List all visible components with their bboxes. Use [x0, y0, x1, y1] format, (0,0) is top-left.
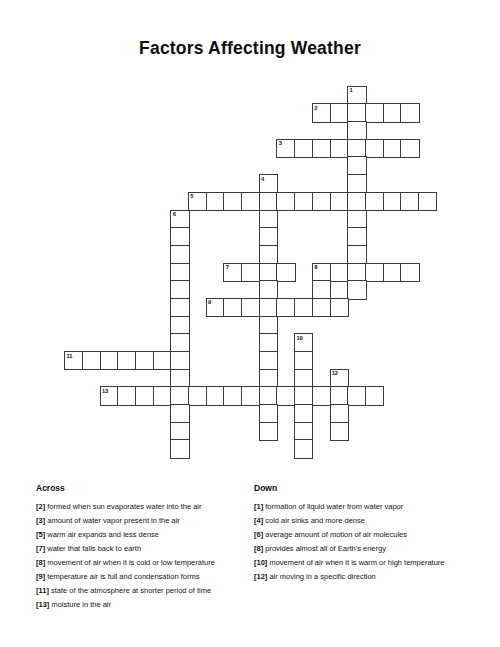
grid-cell[interactable] [241, 192, 260, 211]
clue: [8] provides almost all of Earth's energ… [254, 542, 476, 556]
grid-cell[interactable] [259, 298, 278, 317]
grid-cell[interactable] [400, 192, 419, 211]
grid-cell[interactable]: 2 [312, 103, 331, 122]
clue: [9] temperature air is full and condensa… [36, 570, 258, 584]
grid-cell[interactable] [383, 263, 402, 282]
clue-number: 11 [67, 353, 73, 359]
grid-cell[interactable] [223, 298, 242, 317]
grid-cell[interactable] [259, 263, 278, 282]
clue-number: 6 [173, 211, 176, 217]
clue: [6] average amount of motion of air mole… [254, 528, 476, 542]
grid-cell[interactable] [347, 386, 366, 405]
grid-cell[interactable] [259, 404, 278, 423]
grid-cell[interactable] [365, 192, 384, 211]
grid-cell[interactable] [170, 245, 189, 264]
grid-cell[interactable] [259, 227, 278, 246]
grid-cell[interactable] [312, 192, 331, 211]
grid-cell[interactable] [170, 404, 189, 423]
grid-cell[interactable] [347, 263, 366, 282]
grid-cell[interactable] [170, 227, 189, 246]
clue: [10] movement of air when it is warm or … [254, 556, 476, 570]
grid-cell[interactable] [347, 192, 366, 211]
grid-cell[interactable] [347, 210, 366, 229]
grid-cell[interactable] [170, 316, 189, 335]
grid-cell[interactable] [223, 192, 242, 211]
grid-cell[interactable] [294, 192, 313, 211]
puzzle-title: Factors Affecting Weather [0, 38, 500, 59]
grid-cell[interactable] [330, 422, 349, 441]
grid-cell[interactable] [276, 298, 295, 317]
across-header: Across [36, 483, 258, 493]
clue-number: 8 [314, 264, 317, 270]
grid-cell[interactable] [117, 386, 136, 405]
grid-cell[interactable] [100, 351, 119, 370]
grid-cell[interactable] [330, 298, 349, 317]
grid-cell[interactable] [259, 280, 278, 299]
down-header: Down [254, 483, 476, 493]
clue-number: 7 [226, 264, 229, 270]
grid-cell[interactable] [259, 192, 278, 211]
grid-cell[interactable]: 4 [259, 174, 278, 193]
grid-cell[interactable] [400, 103, 419, 122]
clue: [2] formed when sun evaporates water int… [36, 500, 258, 514]
grid-cell[interactable] [365, 139, 384, 158]
grid-cell[interactable] [259, 351, 278, 370]
grid-cell[interactable] [347, 280, 366, 299]
down-clue-list: [1] formation of liquid water from water… [254, 500, 476, 584]
clue: [4] cold air sinks and more dense [254, 514, 476, 528]
grid-cell[interactable] [418, 192, 437, 211]
clue-number: 9 [208, 299, 211, 305]
grid-cell[interactable]: 8 [312, 263, 331, 282]
grid-cell[interactable] [347, 156, 366, 175]
clue-number: 10 [296, 335, 302, 341]
grid-cell[interactable] [206, 192, 225, 211]
grid-cell[interactable]: 11 [64, 351, 83, 370]
grid-cell[interactable] [383, 103, 402, 122]
grid-cell[interactable] [365, 263, 384, 282]
clue-number: 12 [332, 370, 338, 376]
clue-number: 5 [190, 193, 193, 199]
grid-cell[interactable]: 13 [100, 386, 119, 405]
clue-number: 3 [279, 140, 282, 146]
grid-cell[interactable] [170, 263, 189, 282]
grid-cell[interactable] [153, 351, 172, 370]
grid-cell[interactable] [383, 139, 402, 158]
grid-cell[interactable] [383, 192, 402, 211]
grid-cell[interactable] [347, 174, 366, 193]
grid-cell[interactable] [312, 280, 331, 299]
grid-cell[interactable] [241, 263, 260, 282]
grid-cell[interactable] [170, 369, 189, 388]
crossword-page: Factors Affecting Weather 12345678910111… [0, 0, 500, 647]
grid-cell[interactable] [135, 351, 154, 370]
grid-cell[interactable] [170, 280, 189, 299]
crossword-grid: 12345678910111213 [65, 87, 436, 458]
grid-cell[interactable] [188, 386, 207, 405]
clue: [12] air moving in a specific direction [254, 570, 476, 584]
grid-cell[interactable] [330, 404, 349, 423]
grid-cell[interactable] [170, 386, 189, 405]
grid-cell[interactable] [241, 298, 260, 317]
clue-number: 2 [314, 105, 317, 111]
grid-cell[interactable] [347, 227, 366, 246]
grid-cell[interactable] [294, 404, 313, 423]
grid-cell[interactable]: 6 [170, 210, 189, 229]
grid-cell[interactable] [135, 386, 154, 405]
clue: [5] warm air expands and less dense [36, 528, 258, 542]
grid-cell[interactable] [294, 139, 313, 158]
grid-cell[interactable] [82, 351, 101, 370]
grid-cell[interactable] [259, 369, 278, 388]
clue: [3] amount of water vapor present in the… [36, 514, 258, 528]
grid-cell[interactable]: 10 [294, 333, 313, 352]
grid-cell[interactable] [276, 263, 295, 282]
clue-number: 1 [350, 87, 353, 93]
grid-cell[interactable]: 12 [330, 369, 349, 388]
grid-cell[interactable] [365, 386, 384, 405]
clue-number: 13 [102, 388, 108, 394]
grid-cell[interactable] [330, 139, 349, 158]
grid-cell[interactable] [259, 316, 278, 335]
grid-cell[interactable] [294, 351, 313, 370]
grid-cell[interactable] [400, 263, 419, 282]
grid-cell[interactable] [259, 333, 278, 352]
grid-cell[interactable] [330, 386, 349, 405]
clue: [11] state of the atmosphere at shorter … [36, 584, 258, 598]
grid-cell[interactable] [347, 245, 366, 264]
grid-cell[interactable] [206, 386, 225, 405]
grid-cell[interactable] [259, 422, 278, 441]
grid-cell[interactable] [259, 386, 278, 405]
grid-cell[interactable] [365, 103, 384, 122]
grid-cell[interactable] [276, 386, 295, 405]
grid-cell[interactable] [400, 139, 419, 158]
grid-cell[interactable] [347, 139, 366, 158]
grid-cell[interactable] [170, 333, 189, 352]
grid-cell[interactable] [241, 386, 260, 405]
grid-cell[interactable] [259, 210, 278, 229]
clue: [13] moisture in the air [36, 598, 258, 612]
grid-cell[interactable] [330, 103, 349, 122]
grid-cell[interactable]: 3 [276, 139, 295, 158]
clue: [7] water that falls back to earth [36, 542, 258, 556]
grid-cell[interactable] [312, 139, 331, 158]
clue: [1] formation of liquid water from water… [254, 500, 476, 514]
grid-cell[interactable]: 5 [188, 192, 207, 211]
grid-cell[interactable] [117, 351, 136, 370]
grid-cell[interactable] [294, 386, 313, 405]
grid-cell[interactable] [294, 422, 313, 441]
grid-cell[interactable] [170, 351, 189, 370]
grid-cell[interactable] [312, 298, 331, 317]
grid-cell[interactable] [312, 386, 331, 405]
grid-cell[interactable] [153, 386, 172, 405]
grid-cell[interactable] [330, 263, 349, 282]
grid-cell[interactable] [170, 422, 189, 441]
grid-cell[interactable]: 9 [206, 298, 225, 317]
grid-cell[interactable]: 7 [223, 263, 242, 282]
grid-cell[interactable] [347, 121, 366, 140]
grid-cell[interactable] [347, 103, 366, 122]
grid-cell[interactable] [294, 369, 313, 388]
grid-cell[interactable] [223, 386, 242, 405]
across-clues-section: Across [2] formed when sun evaporates wa… [36, 483, 258, 612]
clue: [8] movement of air when it is cold or l… [36, 556, 258, 570]
grid-cell[interactable] [294, 439, 313, 458]
clue-number: 4 [261, 176, 264, 182]
grid-cell[interactable] [294, 298, 313, 317]
grid-cell[interactable] [276, 192, 295, 211]
grid-cell[interactable] [330, 192, 349, 211]
grid-cell[interactable] [259, 245, 278, 264]
grid-cell[interactable]: 1 [347, 86, 366, 105]
grid-cell[interactable] [170, 439, 189, 458]
across-clue-list: [2] formed when sun evaporates water int… [36, 500, 258, 612]
grid-cell[interactable] [170, 298, 189, 317]
down-clues-section: Down [1] formation of liquid water from … [254, 483, 476, 584]
